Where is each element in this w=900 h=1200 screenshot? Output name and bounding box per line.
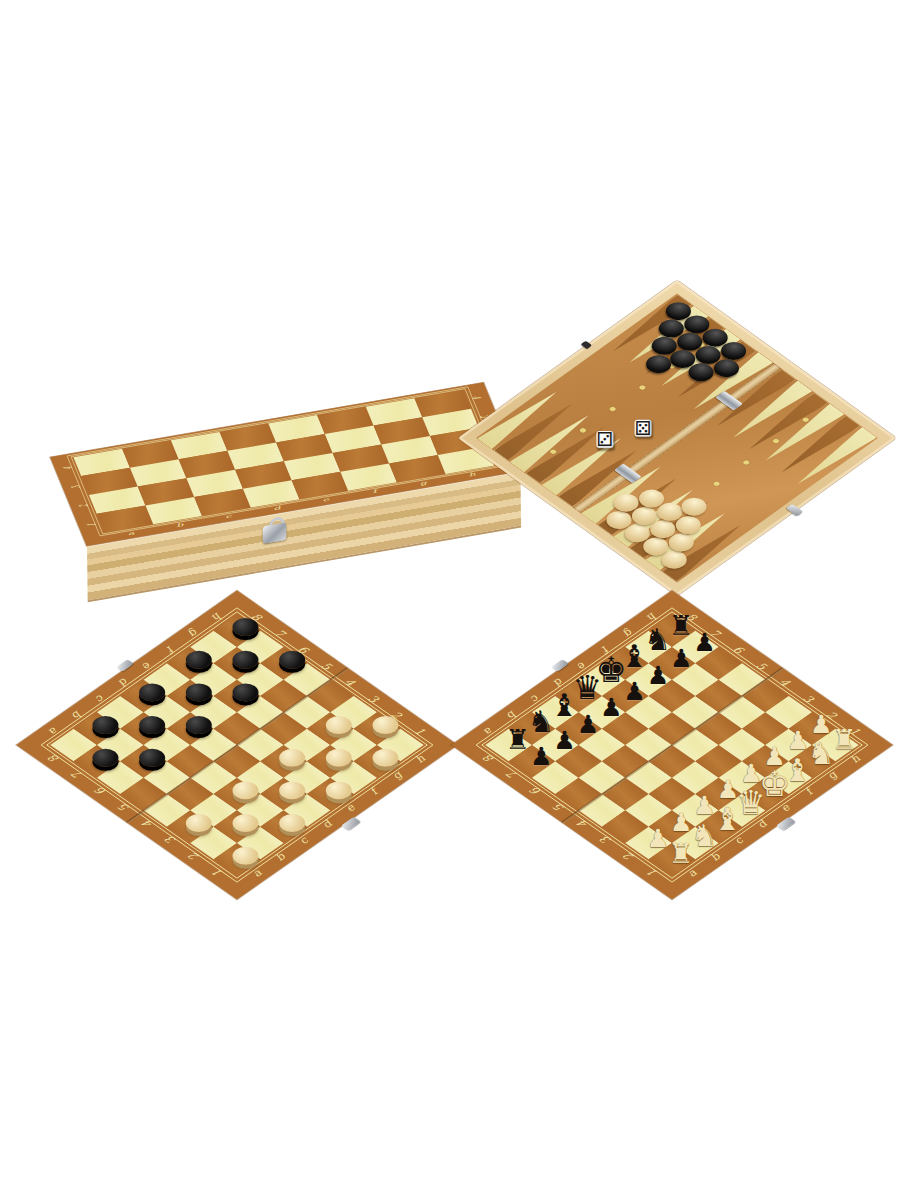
checker-disc — [232, 651, 258, 669]
rank-label-left-3: 3 — [69, 483, 83, 491]
checker-light-g1 — [372, 749, 398, 767]
checker-light-c3 — [232, 782, 258, 800]
latch-hook — [581, 341, 592, 349]
checker-light-b2 — [232, 814, 258, 832]
file-label-c: c — [219, 513, 238, 520]
gold-dot — [638, 385, 646, 391]
checker-disc — [372, 716, 398, 734]
checker-light-e3 — [279, 749, 305, 767]
checker-disc — [185, 716, 211, 734]
checker-dark-f6 — [232, 684, 258, 702]
clasp-base — [263, 522, 287, 544]
checker-light-e1 — [325, 782, 351, 800]
latch-pin — [341, 817, 361, 831]
file-label-e: e — [316, 496, 335, 503]
checker-dark-d8 — [139, 684, 165, 702]
checker-disc — [232, 782, 258, 800]
chess-piece-black-pawn-h7: ♟ — [689, 630, 719, 655]
checker-disc — [232, 847, 258, 865]
checker-dark-h8 — [232, 618, 258, 636]
checker-disc — [139, 749, 165, 767]
checker-disc — [325, 782, 351, 800]
checker-disc — [185, 684, 211, 702]
rank-label-left-2: 2 — [77, 502, 91, 510]
gold-dot — [772, 438, 780, 444]
die-showing-3: ⚂ — [596, 431, 613, 448]
checker-light-c1 — [279, 814, 305, 832]
checker-disc — [279, 749, 305, 767]
checker-disc — [232, 684, 258, 702]
gold-dot — [579, 427, 587, 433]
gold-dot — [608, 406, 616, 412]
checker-dark-a7 — [92, 749, 118, 767]
file-label-b: b — [170, 521, 189, 528]
checker-disc — [232, 814, 258, 832]
checker-disc — [372, 749, 398, 767]
chess-piece-white-rook-h1: ♜ — [829, 726, 859, 753]
gold-dot — [712, 481, 720, 487]
product-photo-canvas: abcdefgh44332211 ⚄⚂ aabbccddeeffgghh8877… — [0, 0, 900, 1200]
checker-dark-b8 — [92, 716, 118, 734]
checker-dark-e7 — [185, 684, 211, 702]
metal-clasp-icon — [259, 518, 290, 548]
checker-disc — [185, 814, 211, 832]
checker-disc — [325, 716, 351, 734]
checker-dark-f8 — [185, 651, 211, 669]
checker-disc — [279, 651, 305, 669]
checker-light-f2 — [325, 749, 351, 767]
checker-light-a1 — [232, 847, 258, 865]
hinge-knob — [116, 659, 134, 671]
checker-disc — [232, 618, 258, 636]
checker-light-a3 — [185, 814, 211, 832]
die-showing-5: ⚄ — [635, 420, 652, 437]
rank-label-right-4: 4 — [469, 393, 483, 401]
checker-dark-g7 — [232, 651, 258, 669]
checker-disc — [279, 814, 305, 832]
gold-dot — [742, 459, 750, 465]
checker-disc — [279, 782, 305, 800]
checker-disc — [139, 716, 165, 734]
checker-dark-c7 — [139, 716, 165, 734]
file-label-g: g — [414, 479, 433, 486]
checker-disc — [325, 749, 351, 767]
checker-disc — [185, 651, 211, 669]
latch-pin — [786, 504, 804, 517]
file-label-h: h — [463, 471, 482, 478]
checker-light-g3 — [325, 716, 351, 734]
file-label-f: f — [365, 488, 384, 495]
gold-dot — [549, 449, 557, 455]
rank-label-left-4: 4 — [61, 464, 75, 472]
latch-pin — [776, 817, 796, 831]
checker-dark-h6 — [279, 651, 305, 669]
checker-light-h2 — [372, 716, 398, 734]
checker-disc — [92, 716, 118, 734]
rank-label-left-1: 1 — [85, 521, 99, 529]
checker-disc — [92, 749, 118, 767]
file-label-a: a — [122, 530, 141, 537]
chess-board: aabbccddeeffgghh8877665544332211♜♞♝♛♚♝♞♜… — [451, 591, 892, 900]
checker-dark-d6 — [185, 716, 211, 734]
checkers-board-face: aabbccddeeffgghh8877665544332211 — [16, 591, 457, 900]
checkers-board: aabbccddeeffgghh8877665544332211 — [16, 591, 457, 900]
hinge-knob — [551, 659, 569, 671]
checker-light-d2 — [279, 782, 305, 800]
checker-disc — [139, 684, 165, 702]
chess-board-face: aabbccddeeffgghh8877665544332211♜♞♝♛♚♝♞♜… — [451, 591, 892, 900]
file-label-d: d — [268, 504, 287, 511]
checker-dark-b6 — [139, 749, 165, 767]
